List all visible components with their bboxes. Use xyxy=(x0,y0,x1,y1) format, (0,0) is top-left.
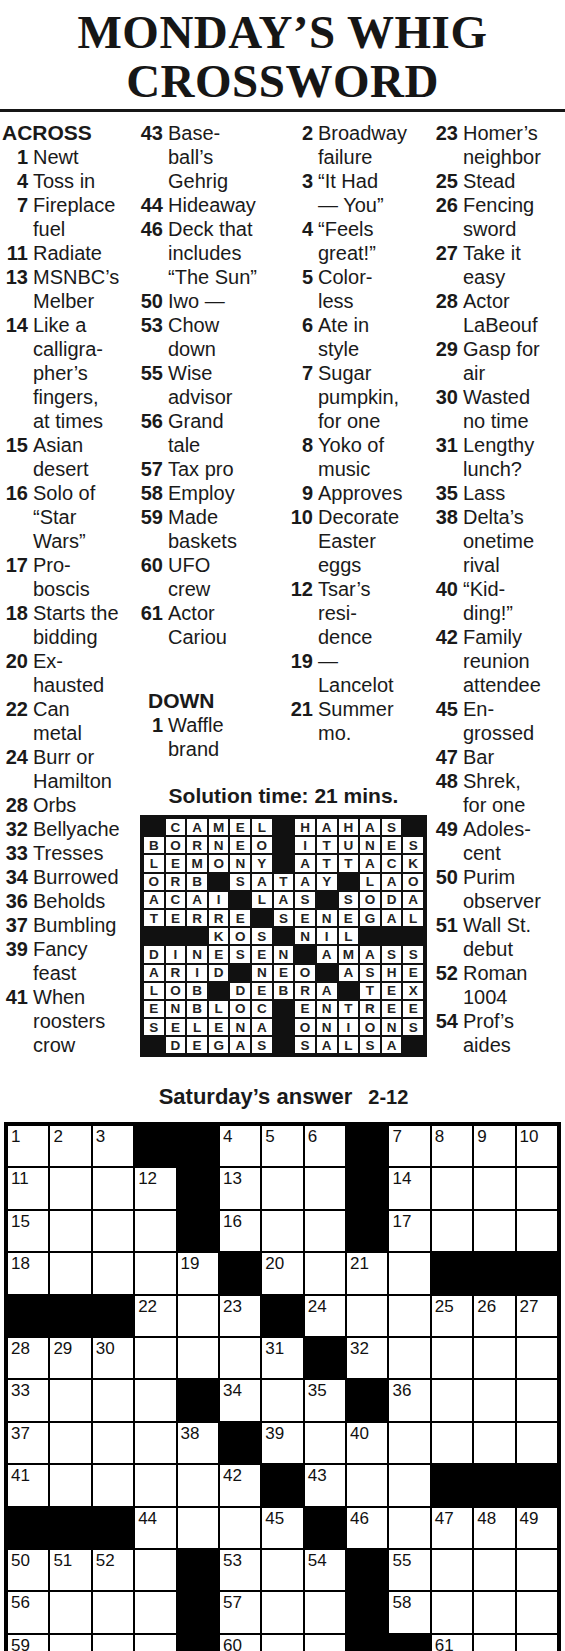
puzzle-cell: 2 xyxy=(49,1125,91,1167)
solution-letter-cell: M xyxy=(208,818,230,836)
clue-text: Wasted no time xyxy=(463,385,565,433)
solution-black-cell xyxy=(381,927,403,945)
clue-number: 55 xyxy=(140,361,163,409)
solution-letter-cell: O xyxy=(359,891,381,909)
clue-number: 47 xyxy=(422,745,458,769)
puzzle-cell-number: 24 xyxy=(308,1297,327,1316)
clue-item: 4“Feels great!” xyxy=(285,217,420,265)
puzzle-cell-number: 43 xyxy=(308,1466,327,1485)
newspaper-crossword-page: MONDAY’S WHIG CROSSWORD ACROSS1Newt4Toss… xyxy=(0,0,565,1651)
puzzle-cell: 11 xyxy=(7,1167,49,1209)
puzzle-cell xyxy=(431,1379,473,1421)
solution-letter-cell: G xyxy=(208,1036,230,1054)
solution-black-cell xyxy=(294,945,316,963)
solution-letter-cell: L xyxy=(338,1036,360,1054)
clue-text: — Lancelot xyxy=(318,649,420,697)
solution-black-cell xyxy=(338,982,360,1000)
clue-item: 60UFO crew xyxy=(140,553,283,601)
clue-text: Grand tale xyxy=(168,409,283,457)
clue-text: UFO crew xyxy=(168,553,283,601)
solution-letter-cell: N xyxy=(381,1018,403,1036)
solution-black-cell xyxy=(273,818,295,836)
clue-number: 14 xyxy=(2,313,28,433)
clue-number: 54 xyxy=(422,1009,458,1057)
puzzle-cell xyxy=(304,1422,346,1464)
puzzle-black-cell xyxy=(177,1125,219,1167)
puzzle-black-cell xyxy=(473,1464,515,1506)
solution-letter-cell: I xyxy=(186,964,208,982)
puzzle-cell-number: 18 xyxy=(11,1254,30,1273)
solution-letter-cell: T xyxy=(143,909,165,927)
clue-text: Bumbling xyxy=(33,913,138,937)
clue-number: 45 xyxy=(422,697,458,745)
solution-letter-cell: R xyxy=(165,873,187,891)
puzzle-cell-number: 32 xyxy=(350,1339,369,1358)
clue-text: Pro- boscis xyxy=(33,553,138,601)
clue-text: Wall St. debut xyxy=(463,913,565,961)
clue-text: Stead xyxy=(463,169,565,193)
clue-text: Family reunion attendee xyxy=(463,625,565,697)
clue-number: 46 xyxy=(140,217,163,289)
puzzle-cell: 25 xyxy=(431,1295,473,1337)
puzzle-cell xyxy=(473,1167,515,1209)
solution-letter-cell: N xyxy=(316,1018,338,1036)
puzzle-cell-number: 46 xyxy=(350,1509,369,1528)
clue-item: 5Color- less xyxy=(285,265,420,313)
solution-black-cell xyxy=(229,891,251,909)
solution-letter-cell: E xyxy=(165,909,187,927)
puzzle-cell xyxy=(516,1337,558,1379)
puzzle-cell xyxy=(92,1210,134,1252)
puzzle-cell: 14 xyxy=(388,1167,430,1209)
answer-caption-row: Saturday’s answer2-12 xyxy=(140,1084,427,1110)
solution-letter-cell: S xyxy=(143,1018,165,1036)
solution-grid: CAMELHAHASBORNEOITUNESLEMONYATTACKORBSAT… xyxy=(140,815,427,1057)
puzzle-cell-number: 22 xyxy=(138,1297,157,1316)
solution-black-cell xyxy=(143,927,165,945)
solution-letter-cell: N xyxy=(359,836,381,854)
puzzle-cell xyxy=(261,1634,303,1651)
solution-black-cell xyxy=(316,964,338,982)
solution-letter-cell: L xyxy=(338,927,360,945)
solution-letter-cell: A xyxy=(381,873,403,891)
puzzle-cell xyxy=(92,1591,134,1633)
puzzle-cell xyxy=(134,1252,176,1294)
page-title-line1: MONDAY’S WHIG xyxy=(0,8,565,57)
clue-number: 11 xyxy=(2,241,28,265)
puzzle-cell: 1 xyxy=(7,1125,49,1167)
solution-letter-cell: C xyxy=(165,891,187,909)
clue-number: 31 xyxy=(422,433,458,481)
puzzle-cell xyxy=(473,1591,515,1633)
solution-letter-cell: R xyxy=(208,909,230,927)
puzzle-cell: 13 xyxy=(219,1167,261,1209)
clue-item: 46Deck that includes “The Sun” xyxy=(140,217,283,289)
clue-number: 61 xyxy=(140,601,163,649)
clue-number: 35 xyxy=(422,481,458,505)
solution-letter-cell: E xyxy=(402,964,424,982)
solution-letter-cell: E xyxy=(338,909,360,927)
puzzle-cell: 15 xyxy=(7,1210,49,1252)
clue-item: 47Bar xyxy=(422,745,565,769)
puzzle-cell-number: 36 xyxy=(392,1381,411,1400)
across-header: ACROSS xyxy=(2,121,138,145)
puzzle-cell xyxy=(219,1507,261,1549)
puzzle-cell-number: 1 xyxy=(11,1127,20,1146)
clue-item: 25Stead xyxy=(422,169,565,193)
solution-letter-cell: I xyxy=(294,836,316,854)
clue-number: 34 xyxy=(2,865,28,889)
solution-letter-cell: H xyxy=(338,818,360,836)
page-title: MONDAY’S WHIG CROSSWORD xyxy=(0,8,565,106)
clue-text: Gasp for air xyxy=(463,337,565,385)
clue-text: “It Had — You” xyxy=(318,169,420,217)
puzzle-cell-number: 54 xyxy=(308,1551,327,1570)
puzzle-cell: 44 xyxy=(134,1507,176,1549)
clue-item: 17Pro- boscis xyxy=(2,553,138,601)
puzzle-cell-number: 48 xyxy=(477,1509,496,1528)
solution-letter-cell: R xyxy=(165,964,187,982)
solution-letter-cell: L xyxy=(143,854,165,872)
clue-text: Delta’s onetime rival xyxy=(463,505,565,577)
clue-text: Homer’s neighbor xyxy=(463,121,565,169)
solution-black-cell xyxy=(316,891,338,909)
clue-text: Approves xyxy=(318,481,420,505)
clue-text: Fireplace fuel xyxy=(33,193,138,241)
clue-number: 12 xyxy=(285,577,313,649)
solution-letter-cell: C xyxy=(165,818,187,836)
puzzle-black-cell xyxy=(177,1167,219,1209)
puzzle-cell: 10 xyxy=(516,1125,558,1167)
puzzle-cell xyxy=(388,1507,430,1549)
puzzle-cell: 51 xyxy=(49,1549,91,1591)
clue-text: Burrowed xyxy=(33,865,138,889)
solution-letter-cell: B xyxy=(273,982,295,1000)
clue-text: Shrek, for one xyxy=(463,769,565,817)
puzzle-cell-number: 38 xyxy=(181,1424,200,1443)
down-header: DOWN xyxy=(148,689,283,713)
solution-letter-cell: N xyxy=(251,964,273,982)
solution-letter-cell: A xyxy=(316,982,338,1000)
solution-letter-cell: K xyxy=(402,854,424,872)
puzzle-cell: 61 xyxy=(431,1634,473,1651)
puzzle-cell xyxy=(134,1591,176,1633)
puzzle-cell-number: 31 xyxy=(265,1339,284,1358)
clue-number: 30 xyxy=(422,385,458,433)
puzzle-cell: 23 xyxy=(219,1295,261,1337)
clue-number: 15 xyxy=(2,433,28,481)
solution-letter-cell: A xyxy=(316,1036,338,1054)
solution-letter-cell: S xyxy=(402,836,424,854)
solution-letter-cell: O xyxy=(294,964,316,982)
solution-black-cell xyxy=(273,854,295,872)
clue-item: 15Asian desert xyxy=(2,433,138,481)
puzzle-cell: 3 xyxy=(92,1125,134,1167)
puzzle-cell: 4 xyxy=(219,1125,261,1167)
puzzle-black-cell xyxy=(346,1167,388,1209)
puzzle-cell xyxy=(49,1210,91,1252)
clue-item: 42Family reunion attendee xyxy=(422,625,565,697)
solution-black-cell xyxy=(165,927,187,945)
solution-letter-cell: N xyxy=(229,854,251,872)
solution-letter-cell: A xyxy=(381,909,403,927)
clue-number: 2 xyxy=(285,121,313,169)
clue-item: 39Fancy feast xyxy=(2,937,138,985)
clue-item: 27Take it easy xyxy=(422,241,565,289)
clue-text: Asian desert xyxy=(33,433,138,481)
puzzle-cell-number: 3 xyxy=(96,1127,105,1146)
clue-item: 52Roman 1004 xyxy=(422,961,565,1009)
solution-letter-cell: O xyxy=(229,1000,251,1018)
clue-text: Lass xyxy=(463,481,565,505)
clue-text: Tsar’s resi- dence xyxy=(318,577,420,649)
solution-letter-cell: G xyxy=(359,909,381,927)
clue-text: Prof’s aides xyxy=(463,1009,565,1057)
clue-item: 40“Kid- ding!” xyxy=(422,577,565,625)
solution-black-cell xyxy=(186,927,208,945)
puzzle-black-cell xyxy=(516,1252,558,1294)
solution-letter-cell: I xyxy=(165,945,187,963)
clue-number: 26 xyxy=(422,193,458,241)
puzzle-cell: 42 xyxy=(219,1464,261,1506)
clue-item: 34Burrowed xyxy=(2,865,138,889)
solution-letter-cell: A xyxy=(229,1036,251,1054)
clue-item: 58Employ xyxy=(140,481,283,505)
clue-text: Beholds xyxy=(33,889,138,913)
solution-letter-cell: S xyxy=(294,891,316,909)
clue-item: 44Hideaway xyxy=(140,193,283,217)
clue-item: 31Lengthy lunch? xyxy=(422,433,565,481)
puzzle-cell xyxy=(134,1464,176,1506)
puzzle-cell xyxy=(261,1379,303,1421)
solution-letter-cell: D xyxy=(165,1036,187,1054)
solution-letter-cell: T xyxy=(338,1000,360,1018)
clue-item: 48Shrek, for one xyxy=(422,769,565,817)
solution-black-cell xyxy=(273,1018,295,1036)
clue-text: Actor Cariou xyxy=(168,601,283,649)
puzzle-cell: 46 xyxy=(346,1507,388,1549)
puzzle-black-cell xyxy=(92,1507,134,1549)
clue-number: 27 xyxy=(422,241,458,289)
clue-item: 21Summer mo. xyxy=(285,697,420,745)
puzzle-cell xyxy=(261,1591,303,1633)
solution-black-cell xyxy=(338,873,360,891)
clue-number: 13 xyxy=(2,265,28,313)
clue-text: Chow down xyxy=(168,313,283,361)
clue-text: Wise advisor xyxy=(168,361,283,409)
clue-text: Bar xyxy=(463,745,565,769)
puzzle-cell xyxy=(473,1210,515,1252)
clue-text: En- grossed xyxy=(463,697,565,745)
clue-text: Tax pro xyxy=(168,457,283,481)
clue-item: 50Purim observer xyxy=(422,865,565,913)
puzzle-cell: 41 xyxy=(7,1464,49,1506)
puzzle-cell-number: 20 xyxy=(265,1254,284,1273)
puzzle-cell xyxy=(261,1549,303,1591)
clue-item: 13MSNBC’s Melber xyxy=(2,265,138,313)
puzzle-black-cell xyxy=(177,1210,219,1252)
puzzle-cell-number: 55 xyxy=(392,1551,411,1570)
puzzle-cell-number: 15 xyxy=(11,1212,30,1231)
solution-letter-cell: B xyxy=(186,1000,208,1018)
solution-letter-cell: E xyxy=(273,964,295,982)
puzzle-black-cell xyxy=(134,1125,176,1167)
puzzle-cell xyxy=(134,1379,176,1421)
puzzle-black-cell xyxy=(49,1507,91,1549)
puzzle-cell-number: 17 xyxy=(392,1212,411,1231)
clue-text: Like a calligra- pher’s fingers, at time… xyxy=(33,313,138,433)
clue-column-2: 43Base- ball’s Gehrig44Hideaway46Deck th… xyxy=(140,121,283,761)
puzzle-cell-number: 33 xyxy=(11,1381,30,1400)
solution-letter-cell: A xyxy=(251,1018,273,1036)
puzzle-cell: 53 xyxy=(219,1549,261,1591)
clue-number: 24 xyxy=(2,745,28,793)
puzzle-cell xyxy=(516,1634,558,1651)
puzzle-cell xyxy=(49,1464,91,1506)
clue-item: 11Radiate xyxy=(2,241,138,265)
solution-letter-cell: S xyxy=(381,945,403,963)
clue-number: 22 xyxy=(2,697,28,745)
clue-number: 4 xyxy=(2,169,28,193)
puzzle-cell xyxy=(92,1167,134,1209)
puzzle-cell xyxy=(219,1337,261,1379)
puzzle-cell xyxy=(304,1591,346,1633)
clue-number: 3 xyxy=(285,169,313,217)
puzzle-cell: 35 xyxy=(304,1379,346,1421)
puzzle-cell: 6 xyxy=(304,1125,346,1167)
solution-letter-cell: E xyxy=(294,909,316,927)
solution-letter-cell: B xyxy=(186,982,208,1000)
puzzle-cell-number: 44 xyxy=(138,1509,157,1528)
clue-text: Solo of “Star Wars” xyxy=(33,481,138,553)
solution-letter-cell: O xyxy=(208,854,230,872)
solution-letter-cell: M xyxy=(338,945,360,963)
puzzle-cell-number: 13 xyxy=(223,1169,242,1188)
clue-number: 49 xyxy=(422,817,458,865)
clue-item: 7Fireplace fuel xyxy=(2,193,138,241)
solution-letter-cell: Y xyxy=(316,873,338,891)
clue-number: 50 xyxy=(140,289,163,313)
puzzle-cell xyxy=(177,1507,219,1549)
clue-item: 32Bellyache xyxy=(2,817,138,841)
solution-letter-cell: E xyxy=(229,836,251,854)
puzzle-cell-number: 7 xyxy=(392,1127,401,1146)
clue-item: 1Waffle brand xyxy=(140,713,283,761)
puzzle-cell: 31 xyxy=(261,1337,303,1379)
clue-item: 4Toss in xyxy=(2,169,138,193)
puzzle-cell: 45 xyxy=(261,1507,303,1549)
clue-text: Employ xyxy=(168,481,283,505)
solution-letter-cell: L xyxy=(251,818,273,836)
puzzle-cell xyxy=(134,1549,176,1591)
clue-number: 17 xyxy=(2,553,28,601)
puzzle-cell: 28 xyxy=(7,1337,49,1379)
solution-letter-cell: O xyxy=(165,836,187,854)
clue-item: 9Approves xyxy=(285,481,420,505)
puzzle-cell xyxy=(134,1634,176,1651)
clue-item: 28Orbs xyxy=(2,793,138,817)
solution-letter-cell: L xyxy=(251,891,273,909)
clue-text: Take it easy xyxy=(463,241,565,289)
puzzle-black-cell xyxy=(388,1634,430,1651)
puzzle-cell-number: 5 xyxy=(265,1127,274,1146)
clue-item: 41When roosters crow xyxy=(2,985,138,1057)
solution-letter-cell: A xyxy=(316,818,338,836)
clue-text: Made baskets xyxy=(168,505,283,553)
clue-item: 6Ate in style xyxy=(285,313,420,361)
clue-column-1: ACROSS1Newt4Toss in7Fireplace fuel11Radi… xyxy=(2,121,138,1057)
clue-number: 37 xyxy=(2,913,28,937)
puzzle-cell xyxy=(516,1210,558,1252)
clue-item: 33Tresses xyxy=(2,841,138,865)
clue-text: Base- ball’s Gehrig xyxy=(168,121,283,193)
clue-item: 43Base- ball’s Gehrig xyxy=(140,121,283,193)
solution-letter-cell: S xyxy=(273,909,295,927)
puzzle-cell xyxy=(92,1422,134,1464)
solution-black-cell xyxy=(402,818,424,836)
clue-item: 51Wall St. debut xyxy=(422,913,565,961)
puzzle-black-cell xyxy=(177,1591,219,1633)
puzzle-cell xyxy=(261,1167,303,1209)
page-title-line2: CROSSWORD xyxy=(0,57,565,106)
puzzle-black-cell xyxy=(7,1507,49,1549)
clue-text: Decorate Easter eggs xyxy=(318,505,420,577)
solution-letter-cell: A xyxy=(273,891,295,909)
puzzle-cell: 49 xyxy=(516,1507,558,1549)
clue-number: 39 xyxy=(2,937,28,985)
solution-black-cell xyxy=(229,964,251,982)
puzzle-black-cell xyxy=(431,1252,473,1294)
clue-text: Yoko of music xyxy=(318,433,420,481)
puzzle-cell xyxy=(92,1252,134,1294)
puzzle-black-cell xyxy=(346,1210,388,1252)
puzzle-cell: 32 xyxy=(346,1337,388,1379)
puzzle-cell-number: 60 xyxy=(223,1636,242,1651)
puzzle-black-cell xyxy=(346,1379,388,1421)
puzzle-cell: 40 xyxy=(346,1422,388,1464)
puzzle-cell-number: 12 xyxy=(138,1169,157,1188)
puzzle-cell: 43 xyxy=(304,1464,346,1506)
puzzle-cell xyxy=(388,1252,430,1294)
solution-letter-cell: O xyxy=(229,927,251,945)
solution-letter-cell: E xyxy=(186,1036,208,1054)
puzzle-cell-number: 41 xyxy=(11,1466,30,1485)
puzzle-cell xyxy=(516,1549,558,1591)
puzzle-cell-number: 42 xyxy=(223,1466,242,1485)
puzzle-cell xyxy=(473,1379,515,1421)
clue-number: 21 xyxy=(285,697,313,745)
puzzle-cell: 57 xyxy=(219,1591,261,1633)
puzzle-cell: 20 xyxy=(261,1252,303,1294)
puzzle-cell xyxy=(177,1295,219,1337)
puzzle-black-cell xyxy=(516,1464,558,1506)
solution-letter-cell: S xyxy=(251,1036,273,1054)
puzzle-black-cell xyxy=(346,1591,388,1633)
puzzle-cell-number: 39 xyxy=(265,1424,284,1443)
puzzle-cell: 9 xyxy=(473,1125,515,1167)
clue-item: 50Iwo — xyxy=(140,289,283,313)
clue-text: Fencing sword xyxy=(463,193,565,241)
clue-item: 35Lass xyxy=(422,481,565,505)
clue-number: 25 xyxy=(422,169,458,193)
puzzle-black-cell xyxy=(304,1337,346,1379)
solution-letter-cell: M xyxy=(186,854,208,872)
solution-black-cell xyxy=(273,1000,295,1018)
solution-letter-cell: S xyxy=(229,873,251,891)
solution-letter-cell: O xyxy=(251,836,273,854)
solution-letter-cell: I xyxy=(208,891,230,909)
clue-item: 10Decorate Easter eggs xyxy=(285,505,420,577)
